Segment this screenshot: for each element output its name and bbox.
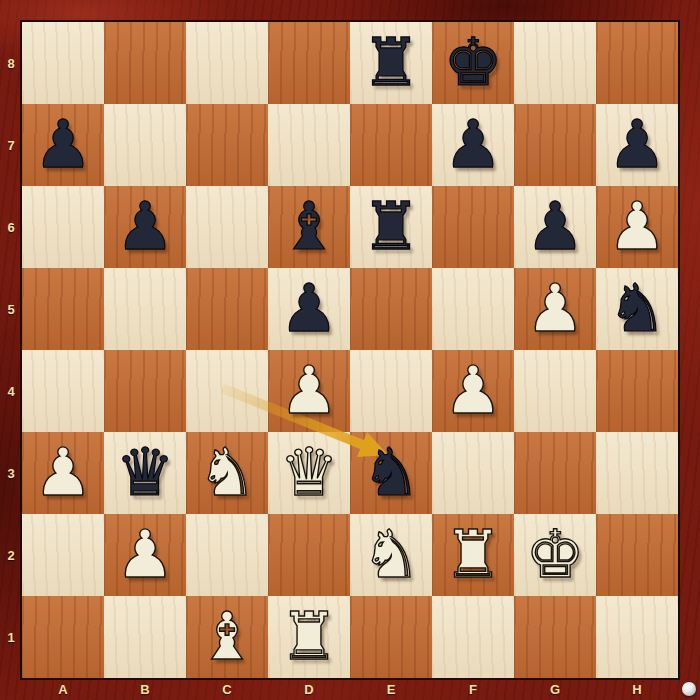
white-queen-d3[interactable]: ♛ — [268, 432, 350, 514]
square-b7[interactable] — [104, 104, 186, 186]
square-g4[interactable] — [514, 350, 596, 432]
rank-label-8: 8 — [0, 22, 22, 104]
square-d1[interactable]: ♜ — [268, 596, 350, 678]
square-h3[interactable] — [596, 432, 678, 514]
square-c6[interactable] — [186, 186, 268, 268]
chessboard: ♜♚♟♟♟♟♝♜♟♟♟♟♞♟♟♟♛♞♛♞♟♞♜♚♝♜ — [22, 22, 678, 678]
white-pawn-h6[interactable]: ♟ — [596, 186, 678, 268]
square-g8[interactable] — [514, 22, 596, 104]
black-knight-h5[interactable]: ♞ — [596, 268, 678, 350]
black-knight-e3[interactable]: ♞ — [350, 432, 432, 514]
square-b2[interactable]: ♟ — [104, 514, 186, 596]
rank-label-1: 1 — [0, 596, 22, 678]
square-d5[interactable]: ♟ — [268, 268, 350, 350]
file-label-d: D — [268, 678, 350, 700]
square-d8[interactable] — [268, 22, 350, 104]
square-e1[interactable] — [350, 596, 432, 678]
square-e4[interactable] — [350, 350, 432, 432]
square-e2[interactable]: ♞ — [350, 514, 432, 596]
white-king-g2[interactable]: ♚ — [514, 514, 596, 596]
file-label-a: A — [22, 678, 104, 700]
square-c1[interactable]: ♝ — [186, 596, 268, 678]
square-g5[interactable]: ♟ — [514, 268, 596, 350]
square-b5[interactable] — [104, 268, 186, 350]
square-f6[interactable] — [432, 186, 514, 268]
square-d6[interactable]: ♝ — [268, 186, 350, 268]
black-king-f8[interactable]: ♚ — [432, 22, 514, 104]
file-label-h: H — [596, 678, 678, 700]
rank-label-2: 2 — [0, 514, 22, 596]
white-rook-d1[interactable]: ♜ — [268, 596, 350, 678]
rank-label-5: 5 — [0, 268, 22, 350]
rank-labels: 87654321 — [0, 22, 22, 678]
square-a4[interactable] — [22, 350, 104, 432]
square-f2[interactable]: ♜ — [432, 514, 514, 596]
square-e6[interactable]: ♜ — [350, 186, 432, 268]
square-g1[interactable] — [514, 596, 596, 678]
square-a8[interactable] — [22, 22, 104, 104]
square-c8[interactable] — [186, 22, 268, 104]
square-d3[interactable]: ♛ — [268, 432, 350, 514]
square-d4[interactable]: ♟ — [268, 350, 350, 432]
square-d7[interactable] — [268, 104, 350, 186]
square-f1[interactable] — [432, 596, 514, 678]
square-h5[interactable]: ♞ — [596, 268, 678, 350]
black-pawn-b6[interactable]: ♟ — [104, 186, 186, 268]
black-pawn-f7[interactable]: ♟ — [432, 104, 514, 186]
square-f3[interactable] — [432, 432, 514, 514]
square-g3[interactable] — [514, 432, 596, 514]
white-pawn-b2[interactable]: ♟ — [104, 514, 186, 596]
square-b1[interactable] — [104, 596, 186, 678]
file-label-b: B — [104, 678, 186, 700]
white-bishop-c1[interactable]: ♝ — [186, 596, 268, 678]
square-g2[interactable]: ♚ — [514, 514, 596, 596]
white-knight-e2[interactable]: ♞ — [350, 514, 432, 596]
square-f4[interactable]: ♟ — [432, 350, 514, 432]
square-a6[interactable] — [22, 186, 104, 268]
black-pawn-g6[interactable]: ♟ — [514, 186, 596, 268]
white-pawn-g5[interactable]: ♟ — [514, 268, 596, 350]
square-c4[interactable] — [186, 350, 268, 432]
square-e7[interactable] — [350, 104, 432, 186]
square-g7[interactable] — [514, 104, 596, 186]
file-label-e: E — [350, 678, 432, 700]
square-a1[interactable] — [22, 596, 104, 678]
square-h6[interactable]: ♟ — [596, 186, 678, 268]
square-f5[interactable] — [432, 268, 514, 350]
black-pawn-h7[interactable]: ♟ — [596, 104, 678, 186]
file-label-g: G — [514, 678, 596, 700]
square-h2[interactable] — [596, 514, 678, 596]
black-rook-e8[interactable]: ♜ — [350, 22, 432, 104]
square-e5[interactable] — [350, 268, 432, 350]
square-b6[interactable]: ♟ — [104, 186, 186, 268]
square-h4[interactable] — [596, 350, 678, 432]
black-rook-e6[interactable]: ♜ — [350, 186, 432, 268]
black-pawn-a7[interactable]: ♟ — [22, 104, 104, 186]
square-b8[interactable] — [104, 22, 186, 104]
square-h1[interactable] — [596, 596, 678, 678]
file-label-c: C — [186, 678, 268, 700]
square-c2[interactable] — [186, 514, 268, 596]
white-knight-c3[interactable]: ♞ — [186, 432, 268, 514]
file-labels: ABCDEFGH — [22, 678, 678, 700]
square-b4[interactable] — [104, 350, 186, 432]
white-rook-f2[interactable]: ♜ — [432, 514, 514, 596]
rank-label-6: 6 — [0, 186, 22, 268]
white-pawn-d4[interactable]: ♟ — [268, 350, 350, 432]
black-pawn-d5[interactable]: ♟ — [268, 268, 350, 350]
square-a7[interactable]: ♟ — [22, 104, 104, 186]
square-f8[interactable]: ♚ — [432, 22, 514, 104]
white-to-move-indicator — [682, 682, 696, 696]
rank-label-4: 4 — [0, 350, 22, 432]
square-d2[interactable] — [268, 514, 350, 596]
white-pawn-f4[interactable]: ♟ — [432, 350, 514, 432]
black-queen-b3[interactable]: ♛ — [104, 432, 186, 514]
square-a5[interactable] — [22, 268, 104, 350]
square-c5[interactable] — [186, 268, 268, 350]
square-c3[interactable]: ♞ — [186, 432, 268, 514]
rank-label-7: 7 — [0, 104, 22, 186]
square-f7[interactable]: ♟ — [432, 104, 514, 186]
square-e8[interactable]: ♜ — [350, 22, 432, 104]
white-pawn-a3[interactable]: ♟ — [22, 432, 104, 514]
file-label-f: F — [432, 678, 514, 700]
black-bishop-d6[interactable]: ♝ — [268, 186, 350, 268]
square-h8[interactable] — [596, 22, 678, 104]
square-e3[interactable]: ♞ — [350, 432, 432, 514]
square-c7[interactable] — [186, 104, 268, 186]
square-b3[interactable]: ♛ — [104, 432, 186, 514]
square-g6[interactable]: ♟ — [514, 186, 596, 268]
square-a2[interactable] — [22, 514, 104, 596]
chessboard-frame: ♜♚♟♟♟♟♝♜♟♟♟♟♞♟♟♟♛♞♛♞♟♞♜♚♝♜ 87654321 ABCD… — [0, 0, 700, 700]
square-a3[interactable]: ♟ — [22, 432, 104, 514]
rank-label-3: 3 — [0, 432, 22, 514]
square-h7[interactable]: ♟ — [596, 104, 678, 186]
